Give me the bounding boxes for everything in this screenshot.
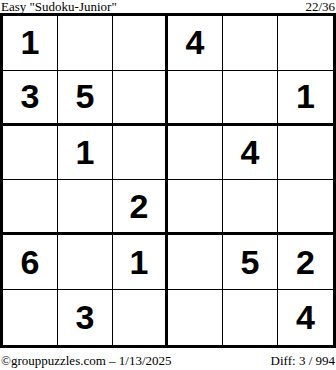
cell-r4c3: 2 xyxy=(113,180,168,235)
cell-r2c6: 1 xyxy=(278,71,333,126)
cell-r3c3[interactable] xyxy=(113,126,168,181)
difficulty-text: Diff: 3 / 994 xyxy=(271,354,335,368)
footer: ©grouppuzzles.com – 1/13/2025 Diff: 3 / … xyxy=(0,354,336,368)
cell-r2c5[interactable] xyxy=(223,71,278,126)
cell-r2c4[interactable] xyxy=(168,71,223,126)
cell-r1c6[interactable] xyxy=(278,16,333,71)
cell-r1c1: 1 xyxy=(3,16,58,71)
cell-r4c1[interactable] xyxy=(3,180,58,235)
progress-counter: 22/36 xyxy=(305,0,335,13)
cell-r5c1: 6 xyxy=(3,235,58,290)
cell-r3c4[interactable] xyxy=(168,126,223,181)
cell-r1c4: 4 xyxy=(168,16,223,71)
cell-r5c2[interactable] xyxy=(58,235,113,290)
cell-r6c3[interactable] xyxy=(113,290,168,345)
cell-r1c3[interactable] xyxy=(113,16,168,71)
page-title: Easy "Sudoku-Junior" xyxy=(1,0,117,13)
cell-r6c1[interactable] xyxy=(3,290,58,345)
cell-r5c3: 1 xyxy=(113,235,168,290)
cell-r4c4[interactable] xyxy=(168,180,223,235)
cell-r1c2[interactable] xyxy=(58,16,113,71)
cell-r6c6: 4 xyxy=(278,290,333,345)
cell-r6c2: 3 xyxy=(58,290,113,345)
cell-r3c1[interactable] xyxy=(3,126,58,181)
cell-r2c3[interactable] xyxy=(113,71,168,126)
cell-r6c5[interactable] xyxy=(223,290,278,345)
cell-r6c4[interactable] xyxy=(168,290,223,345)
cell-r3c2: 1 xyxy=(58,126,113,181)
sudoku-grid: 14351142615234 xyxy=(0,13,336,348)
cell-r2c2: 5 xyxy=(58,71,113,126)
cell-r3c5: 4 xyxy=(223,126,278,181)
cell-r5c4[interactable] xyxy=(168,235,223,290)
cell-r2c1: 3 xyxy=(3,71,58,126)
cell-r4c2[interactable] xyxy=(58,180,113,235)
cell-r5c5: 5 xyxy=(223,235,278,290)
cell-r5c6: 2 xyxy=(278,235,333,290)
cell-r4c5[interactable] xyxy=(223,180,278,235)
header: Easy "Sudoku-Junior" 22/36 xyxy=(0,0,336,13)
cell-r3c6[interactable] xyxy=(278,126,333,181)
cell-r1c5[interactable] xyxy=(223,16,278,71)
cell-r4c6[interactable] xyxy=(278,180,333,235)
copyright-text: ©grouppuzzles.com – 1/13/2025 xyxy=(1,354,172,368)
